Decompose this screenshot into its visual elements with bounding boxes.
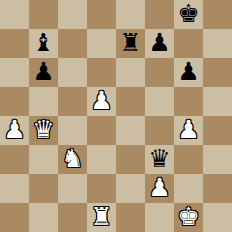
square-a8[interactable] bbox=[0, 0, 29, 29]
square-h1[interactable] bbox=[203, 203, 232, 232]
piece-black-queen[interactable]: ♛ bbox=[148, 144, 170, 173]
square-e1[interactable] bbox=[116, 203, 145, 232]
square-f7[interactable]: ♟ bbox=[145, 29, 174, 58]
square-d1[interactable]: ♜ bbox=[87, 203, 116, 232]
square-b2[interactable] bbox=[29, 174, 58, 203]
piece-black-pawn[interactable]: ♟ bbox=[32, 57, 54, 86]
piece-black-rook[interactable]: ♜ bbox=[119, 28, 141, 57]
square-f3[interactable]: ♛ bbox=[145, 145, 174, 174]
square-h4[interactable] bbox=[203, 116, 232, 145]
square-e7[interactable]: ♜ bbox=[116, 29, 145, 58]
square-a4[interactable]: ♟ bbox=[0, 116, 29, 145]
square-d4[interactable] bbox=[87, 116, 116, 145]
square-d2[interactable] bbox=[87, 174, 116, 203]
square-a5[interactable] bbox=[0, 87, 29, 116]
square-g7[interactable] bbox=[174, 29, 203, 58]
square-h3[interactable] bbox=[203, 145, 232, 174]
chess-board: ♚♝♜♟♟♟♟♟♛♟♞♛♟♜♚ bbox=[0, 0, 232, 232]
square-e8[interactable] bbox=[116, 0, 145, 29]
square-c5[interactable] bbox=[58, 87, 87, 116]
piece-white-pawn[interactable]: ♟ bbox=[90, 86, 112, 115]
piece-white-rook[interactable]: ♜ bbox=[90, 202, 112, 231]
square-h5[interactable] bbox=[203, 87, 232, 116]
square-b7[interactable]: ♝ bbox=[29, 29, 58, 58]
square-b4[interactable]: ♛ bbox=[29, 116, 58, 145]
square-e6[interactable] bbox=[116, 58, 145, 87]
square-e4[interactable] bbox=[116, 116, 145, 145]
square-d7[interactable] bbox=[87, 29, 116, 58]
square-c7[interactable] bbox=[58, 29, 87, 58]
square-c3[interactable]: ♞ bbox=[58, 145, 87, 174]
square-f5[interactable] bbox=[145, 87, 174, 116]
piece-black-bishop[interactable]: ♝ bbox=[32, 28, 54, 57]
piece-white-king[interactable]: ♚ bbox=[177, 202, 199, 231]
square-c2[interactable] bbox=[58, 174, 87, 203]
piece-white-pawn[interactable]: ♟ bbox=[148, 173, 170, 202]
square-e3[interactable] bbox=[116, 145, 145, 174]
square-f4[interactable] bbox=[145, 116, 174, 145]
piece-black-pawn[interactable]: ♟ bbox=[177, 57, 199, 86]
piece-black-king[interactable]: ♚ bbox=[177, 0, 199, 28]
square-b8[interactable] bbox=[29, 0, 58, 29]
square-g1[interactable]: ♚ bbox=[174, 203, 203, 232]
square-f6[interactable] bbox=[145, 58, 174, 87]
piece-black-pawn[interactable]: ♟ bbox=[148, 28, 170, 57]
square-g4[interactable]: ♟ bbox=[174, 116, 203, 145]
square-h8[interactable] bbox=[203, 0, 232, 29]
square-f8[interactable] bbox=[145, 0, 174, 29]
square-g6[interactable]: ♟ bbox=[174, 58, 203, 87]
square-g8[interactable]: ♚ bbox=[174, 0, 203, 29]
square-g5[interactable] bbox=[174, 87, 203, 116]
square-c6[interactable] bbox=[58, 58, 87, 87]
square-e2[interactable] bbox=[116, 174, 145, 203]
square-e5[interactable] bbox=[116, 87, 145, 116]
square-f1[interactable] bbox=[145, 203, 174, 232]
square-d3[interactable] bbox=[87, 145, 116, 174]
square-b5[interactable] bbox=[29, 87, 58, 116]
square-f2[interactable]: ♟ bbox=[145, 174, 174, 203]
piece-white-pawn[interactable]: ♟ bbox=[177, 115, 199, 144]
square-a3[interactable] bbox=[0, 145, 29, 174]
square-c1[interactable] bbox=[58, 203, 87, 232]
square-d8[interactable] bbox=[87, 0, 116, 29]
square-g2[interactable] bbox=[174, 174, 203, 203]
piece-white-queen[interactable]: ♛ bbox=[32, 115, 54, 144]
square-a6[interactable] bbox=[0, 58, 29, 87]
square-a2[interactable] bbox=[0, 174, 29, 203]
square-a7[interactable] bbox=[0, 29, 29, 58]
square-c8[interactable] bbox=[58, 0, 87, 29]
square-b3[interactable] bbox=[29, 145, 58, 174]
square-h2[interactable] bbox=[203, 174, 232, 203]
square-d5[interactable]: ♟ bbox=[87, 87, 116, 116]
square-b1[interactable] bbox=[29, 203, 58, 232]
square-d6[interactable] bbox=[87, 58, 116, 87]
square-a1[interactable] bbox=[0, 203, 29, 232]
square-c4[interactable] bbox=[58, 116, 87, 145]
piece-white-pawn[interactable]: ♟ bbox=[3, 115, 25, 144]
piece-white-knight[interactable]: ♞ bbox=[61, 144, 83, 173]
square-h7[interactable] bbox=[203, 29, 232, 58]
square-h6[interactable] bbox=[203, 58, 232, 87]
square-g3[interactable] bbox=[174, 145, 203, 174]
square-b6[interactable]: ♟ bbox=[29, 58, 58, 87]
